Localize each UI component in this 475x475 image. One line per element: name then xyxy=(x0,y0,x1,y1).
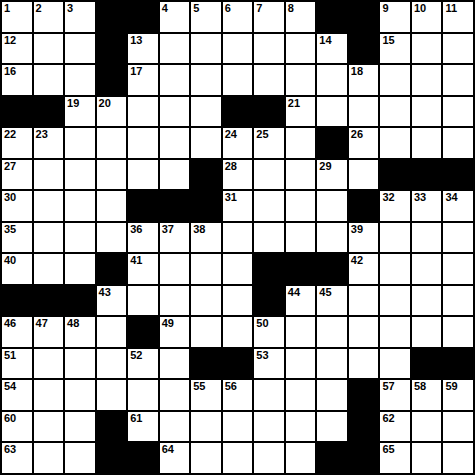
white-cell-r8c12[interactable] xyxy=(380,254,410,284)
white-cell-r8c4[interactable]: 41 xyxy=(128,254,158,284)
white-cell-r1c4[interactable]: 13 xyxy=(128,34,158,64)
black-cell-r9c8 xyxy=(254,286,284,316)
white-cell-r0c6[interactable]: 5 xyxy=(191,2,221,32)
white-cell-r4c11[interactable]: 26 xyxy=(349,128,379,158)
white-cell-r6c7[interactable]: 31 xyxy=(223,191,253,221)
clue-number-19: 19 xyxy=(67,97,79,110)
white-cell-r0c0[interactable]: 1 xyxy=(2,2,32,32)
white-cell-r11c8[interactable]: 53 xyxy=(254,349,284,379)
white-cell-r14c0[interactable]: 63 xyxy=(2,443,32,473)
white-cell-r12c2[interactable] xyxy=(65,380,95,410)
black-cell-r11c14 xyxy=(443,349,473,379)
clue-number-22: 22 xyxy=(4,128,16,141)
black-cell-r5c14 xyxy=(443,160,473,190)
white-cell-r2c4[interactable]: 17 xyxy=(128,65,158,95)
white-cell-r11c3[interactable] xyxy=(97,349,127,379)
white-cell-r1c2[interactable] xyxy=(65,34,95,64)
white-cell-r12c1[interactable] xyxy=(34,380,64,410)
clue-number-53: 53 xyxy=(256,349,268,362)
clue-number-14: 14 xyxy=(319,34,331,47)
black-cell-r11c6 xyxy=(191,349,221,379)
black-cell-r11c13 xyxy=(412,349,442,379)
white-cell-r9c9[interactable]: 44 xyxy=(286,286,316,316)
white-cell-r9c5[interactable] xyxy=(160,286,190,316)
white-cell-r6c14[interactable]: 34 xyxy=(443,191,473,221)
black-cell-r12c11 xyxy=(349,380,379,410)
clue-number-12: 12 xyxy=(4,34,16,47)
black-cell-r6c4 xyxy=(128,191,158,221)
clue-number-52: 52 xyxy=(130,349,142,362)
white-cell-r10c2[interactable]: 48 xyxy=(65,317,95,347)
black-cell-r0c4 xyxy=(128,2,158,32)
white-cell-r8c6[interactable] xyxy=(191,254,221,284)
clue-number-40: 40 xyxy=(4,254,16,267)
clue-number-6: 6 xyxy=(225,2,231,15)
white-cell-r4c6[interactable] xyxy=(191,128,221,158)
white-cell-r10c14[interactable] xyxy=(443,317,473,347)
white-cell-r4c9[interactable] xyxy=(286,128,316,158)
black-cell-r8c9 xyxy=(286,254,316,284)
white-cell-r7c13[interactable] xyxy=(412,223,442,253)
white-cell-r6c13[interactable]: 33 xyxy=(412,191,442,221)
white-cell-r9c3[interactable]: 43 xyxy=(97,286,127,316)
black-cell-r5c13 xyxy=(412,160,442,190)
clue-number-37: 37 xyxy=(162,223,174,236)
clue-number-55: 55 xyxy=(193,380,205,393)
white-cell-r7c3[interactable] xyxy=(97,223,127,253)
white-cell-r12c6[interactable]: 55 xyxy=(191,380,221,410)
white-cell-r3c9[interactable]: 21 xyxy=(286,97,316,127)
black-cell-r4c10 xyxy=(317,128,347,158)
white-cell-r14c14[interactable] xyxy=(443,443,473,473)
clue-number-45: 45 xyxy=(319,286,331,299)
white-cell-r6c10[interactable] xyxy=(317,191,347,221)
clue-number-42: 42 xyxy=(351,254,363,267)
white-cell-r4c12[interactable] xyxy=(380,128,410,158)
white-cell-r3c5[interactable] xyxy=(160,97,190,127)
white-cell-r0c7[interactable]: 6 xyxy=(223,2,253,32)
clue-number-43: 43 xyxy=(99,286,111,299)
white-cell-r7c12[interactable] xyxy=(380,223,410,253)
clue-number-11: 11 xyxy=(445,2,457,15)
white-cell-r7c14[interactable] xyxy=(443,223,473,253)
black-cell-r10c4 xyxy=(128,317,158,347)
white-cell-r11c1[interactable] xyxy=(34,349,64,379)
clue-number-65: 65 xyxy=(382,443,394,456)
clue-number-54: 54 xyxy=(4,380,16,393)
white-cell-r10c13[interactable] xyxy=(412,317,442,347)
white-cell-r14c9[interactable] xyxy=(286,443,316,473)
white-cell-r12c10[interactable] xyxy=(317,380,347,410)
white-cell-r9c12[interactable] xyxy=(380,286,410,316)
white-cell-r2c12[interactable] xyxy=(380,65,410,95)
white-cell-r4c13[interactable] xyxy=(412,128,442,158)
black-cell-r6c6 xyxy=(191,191,221,221)
white-cell-r4c5[interactable] xyxy=(160,128,190,158)
white-cell-r2c7[interactable] xyxy=(223,65,253,95)
white-cell-r2c2[interactable] xyxy=(65,65,95,95)
white-cell-r10c11[interactable] xyxy=(349,317,379,347)
white-cell-r7c9[interactable] xyxy=(286,223,316,253)
white-cell-r13c1[interactable] xyxy=(34,412,64,442)
clue-number-60: 60 xyxy=(4,412,16,425)
white-cell-r7c0[interactable]: 35 xyxy=(2,223,32,253)
white-cell-r12c3[interactable] xyxy=(97,380,127,410)
white-cell-r14c2[interactable] xyxy=(65,443,95,473)
clue-number-28: 28 xyxy=(225,160,237,173)
clue-number-63: 63 xyxy=(4,443,16,456)
white-cell-r10c1[interactable]: 47 xyxy=(34,317,64,347)
white-cell-r13c8[interactable] xyxy=(254,412,284,442)
white-cell-r2c1[interactable] xyxy=(34,65,64,95)
white-cell-r6c1[interactable] xyxy=(34,191,64,221)
white-cell-r13c13[interactable] xyxy=(412,412,442,442)
clue-number-1: 1 xyxy=(4,2,10,15)
clue-number-25: 25 xyxy=(256,128,268,141)
white-cell-r14c1[interactable] xyxy=(34,443,64,473)
clue-number-8: 8 xyxy=(288,2,294,15)
black-cell-r5c12 xyxy=(380,160,410,190)
white-cell-r6c12[interactable]: 32 xyxy=(380,191,410,221)
black-cell-r5c6 xyxy=(191,160,221,190)
white-cell-r13c4[interactable]: 61 xyxy=(128,412,158,442)
white-cell-r12c5[interactable] xyxy=(160,380,190,410)
clue-number-13: 13 xyxy=(130,34,142,47)
white-cell-r11c2[interactable] xyxy=(65,349,95,379)
white-cell-r5c11[interactable] xyxy=(349,160,379,190)
white-cell-r9c11[interactable] xyxy=(349,286,379,316)
white-cell-r11c11[interactable] xyxy=(349,349,379,379)
white-cell-r8c11[interactable]: 42 xyxy=(349,254,379,284)
white-cell-r12c0[interactable]: 54 xyxy=(2,380,32,410)
white-cell-r13c5[interactable] xyxy=(160,412,190,442)
white-cell-r0c8[interactable]: 7 xyxy=(254,2,284,32)
white-cell-r5c7[interactable]: 28 xyxy=(223,160,253,190)
clue-number-4: 4 xyxy=(162,2,168,15)
clue-number-50: 50 xyxy=(256,317,268,330)
white-cell-r14c5[interactable]: 64 xyxy=(160,443,190,473)
white-cell-r13c2[interactable] xyxy=(65,412,95,442)
white-cell-r1c0[interactable]: 12 xyxy=(2,34,32,64)
black-cell-r8c8 xyxy=(254,254,284,284)
black-cell-r0c10 xyxy=(317,2,347,32)
white-cell-r10c12[interactable] xyxy=(380,317,410,347)
white-cell-r4c3[interactable] xyxy=(97,128,127,158)
white-cell-r1c9[interactable] xyxy=(286,34,316,64)
clue-number-64: 64 xyxy=(162,443,174,456)
white-cell-r1c13[interactable] xyxy=(412,34,442,64)
white-cell-r2c13[interactable] xyxy=(412,65,442,95)
white-cell-r9c13[interactable] xyxy=(412,286,442,316)
clue-number-51: 51 xyxy=(4,349,16,362)
white-cell-r5c10[interactable]: 29 xyxy=(317,160,347,190)
clue-number-57: 57 xyxy=(382,380,394,393)
white-cell-r13c9[interactable] xyxy=(286,412,316,442)
white-cell-r10c7[interactable] xyxy=(223,317,253,347)
white-cell-r1c6[interactable] xyxy=(191,34,221,64)
white-cell-r1c8[interactable] xyxy=(254,34,284,64)
white-cell-r11c4[interactable]: 52 xyxy=(128,349,158,379)
white-cell-r10c0[interactable]: 46 xyxy=(2,317,32,347)
black-cell-r11c7 xyxy=(223,349,253,379)
white-cell-r7c11[interactable]: 39 xyxy=(349,223,379,253)
white-cell-r4c8[interactable]: 25 xyxy=(254,128,284,158)
clue-number-10: 10 xyxy=(414,2,426,15)
clue-number-17: 17 xyxy=(130,65,142,78)
white-cell-r7c1[interactable] xyxy=(34,223,64,253)
white-cell-r0c12[interactable]: 9 xyxy=(380,2,410,32)
white-cell-r8c2[interactable] xyxy=(65,254,95,284)
clue-number-18: 18 xyxy=(351,65,363,78)
black-cell-r14c10 xyxy=(317,443,347,473)
clue-number-62: 62 xyxy=(382,412,394,425)
white-cell-r0c9[interactable]: 8 xyxy=(286,2,316,32)
clue-number-46: 46 xyxy=(4,317,16,330)
black-cell-r3c0 xyxy=(2,97,32,127)
white-cell-r12c14[interactable]: 59 xyxy=(443,380,473,410)
black-cell-r6c11 xyxy=(349,191,379,221)
white-cell-r1c10[interactable]: 14 xyxy=(317,34,347,64)
white-cell-r3c12[interactable] xyxy=(380,97,410,127)
white-cell-r6c0[interactable]: 30 xyxy=(2,191,32,221)
white-cell-r9c14[interactable] xyxy=(443,286,473,316)
white-cell-r10c10[interactable] xyxy=(317,317,347,347)
clue-number-38: 38 xyxy=(193,223,205,236)
black-cell-r6c5 xyxy=(160,191,190,221)
white-cell-r7c4[interactable]: 36 xyxy=(128,223,158,253)
clue-number-56: 56 xyxy=(225,380,237,393)
clue-number-29: 29 xyxy=(319,160,331,173)
clue-number-39: 39 xyxy=(351,223,363,236)
clue-number-15: 15 xyxy=(382,34,394,47)
clue-number-3: 3 xyxy=(67,2,73,15)
white-cell-r3c2[interactable]: 19 xyxy=(65,97,95,127)
white-cell-r4c7[interactable]: 24 xyxy=(223,128,253,158)
black-cell-r8c10 xyxy=(317,254,347,284)
black-cell-r1c11 xyxy=(349,34,379,64)
black-cell-r3c8 xyxy=(254,97,284,127)
black-cell-r0c3 xyxy=(97,2,127,32)
white-cell-r12c7[interactable]: 56 xyxy=(223,380,253,410)
clue-number-5: 5 xyxy=(193,2,199,15)
white-cell-r8c7[interactable] xyxy=(223,254,253,284)
black-cell-r9c0 xyxy=(2,286,32,316)
black-cell-r3c7 xyxy=(223,97,253,127)
white-cell-r5c5[interactable] xyxy=(160,160,190,190)
white-cell-r5c3[interactable] xyxy=(97,160,127,190)
white-cell-r4c2[interactable] xyxy=(65,128,95,158)
white-cell-r7c2[interactable] xyxy=(65,223,95,253)
white-cell-r3c3[interactable]: 20 xyxy=(97,97,127,127)
white-cell-r2c11[interactable]: 18 xyxy=(349,65,379,95)
clue-number-21: 21 xyxy=(288,97,300,110)
black-cell-r8c3 xyxy=(97,254,127,284)
white-cell-r5c4[interactable] xyxy=(128,160,158,190)
white-cell-r12c13[interactable]: 58 xyxy=(412,380,442,410)
white-cell-r1c1[interactable] xyxy=(34,34,64,64)
white-cell-r4c14[interactable] xyxy=(443,128,473,158)
clue-number-61: 61 xyxy=(130,412,142,425)
white-cell-r1c5[interactable] xyxy=(160,34,190,64)
black-cell-r3c1 xyxy=(34,97,64,127)
black-cell-r9c1 xyxy=(34,286,64,316)
white-cell-r6c3[interactable] xyxy=(97,191,127,221)
white-cell-r12c9[interactable] xyxy=(286,380,316,410)
crossword-board: 1234567891011121314151617181920212223242… xyxy=(0,0,475,475)
white-cell-r2c14[interactable] xyxy=(443,65,473,95)
white-cell-r1c14[interactable] xyxy=(443,34,473,64)
white-cell-r12c8[interactable] xyxy=(254,380,284,410)
white-cell-r5c2[interactable] xyxy=(65,160,95,190)
white-cell-r4c0[interactable]: 22 xyxy=(2,128,32,158)
clue-number-20: 20 xyxy=(99,97,111,110)
white-cell-r5c1[interactable] xyxy=(34,160,64,190)
clue-number-34: 34 xyxy=(445,191,457,204)
clue-number-47: 47 xyxy=(36,317,48,330)
white-cell-r7c7[interactable] xyxy=(223,223,253,253)
white-cell-r13c6[interactable] xyxy=(191,412,221,442)
white-cell-r2c9[interactable] xyxy=(286,65,316,95)
white-cell-r0c13[interactable]: 10 xyxy=(412,2,442,32)
black-cell-r1c3 xyxy=(97,34,127,64)
clue-number-7: 7 xyxy=(256,2,262,15)
clue-number-26: 26 xyxy=(351,128,363,141)
white-cell-r6c8[interactable] xyxy=(254,191,284,221)
white-cell-r13c7[interactable] xyxy=(223,412,253,442)
white-cell-r3c11[interactable] xyxy=(349,97,379,127)
white-cell-r8c5[interactable] xyxy=(160,254,190,284)
clue-number-33: 33 xyxy=(414,191,426,204)
black-cell-r2c3 xyxy=(97,65,127,95)
white-cell-r13c0[interactable]: 60 xyxy=(2,412,32,442)
clue-number-32: 32 xyxy=(382,191,394,204)
white-cell-r9c4[interactable] xyxy=(128,286,158,316)
white-cell-r8c13[interactable] xyxy=(412,254,442,284)
clue-number-16: 16 xyxy=(4,65,16,78)
clue-number-41: 41 xyxy=(130,254,142,267)
white-cell-r9c10[interactable]: 45 xyxy=(317,286,347,316)
white-cell-r14c6[interactable] xyxy=(191,443,221,473)
white-cell-r10c8[interactable]: 50 xyxy=(254,317,284,347)
white-cell-r14c12[interactable]: 65 xyxy=(380,443,410,473)
white-cell-r2c8[interactable] xyxy=(254,65,284,95)
white-cell-r13c14[interactable] xyxy=(443,412,473,442)
white-cell-r7c5[interactable]: 37 xyxy=(160,223,190,253)
clue-number-58: 58 xyxy=(414,380,426,393)
white-cell-r13c10[interactable] xyxy=(317,412,347,442)
white-cell-r14c8[interactable] xyxy=(254,443,284,473)
clue-number-31: 31 xyxy=(225,191,237,204)
white-cell-r7c6[interactable]: 38 xyxy=(191,223,221,253)
white-cell-r7c10[interactable] xyxy=(317,223,347,253)
white-cell-r14c7[interactable] xyxy=(223,443,253,473)
white-cell-r1c7[interactable] xyxy=(223,34,253,64)
white-cell-r3c4[interactable] xyxy=(128,97,158,127)
white-cell-r10c5[interactable]: 49 xyxy=(160,317,190,347)
black-cell-r14c4 xyxy=(128,443,158,473)
black-cell-r14c3 xyxy=(97,443,127,473)
white-cell-r11c10[interactable] xyxy=(317,349,347,379)
white-cell-r3c6[interactable] xyxy=(191,97,221,127)
clue-number-2: 2 xyxy=(36,2,42,15)
white-cell-r0c14[interactable]: 11 xyxy=(443,2,473,32)
white-cell-r2c0[interactable]: 16 xyxy=(2,65,32,95)
clue-number-36: 36 xyxy=(130,223,142,236)
white-cell-r0c2[interactable]: 3 xyxy=(65,2,95,32)
white-cell-r3c14[interactable] xyxy=(443,97,473,127)
white-cell-r2c6[interactable] xyxy=(191,65,221,95)
white-cell-r5c9[interactable] xyxy=(286,160,316,190)
white-cell-r4c4[interactable] xyxy=(128,128,158,158)
white-cell-r8c1[interactable] xyxy=(34,254,64,284)
white-cell-r3c10[interactable] xyxy=(317,97,347,127)
black-cell-r9c2 xyxy=(65,286,95,316)
white-cell-r8c14[interactable] xyxy=(443,254,473,284)
white-cell-r5c0[interactable]: 27 xyxy=(2,160,32,190)
black-cell-r13c3 xyxy=(97,412,127,442)
white-cell-r9c6[interactable] xyxy=(191,286,221,316)
white-cell-r11c12[interactable] xyxy=(380,349,410,379)
white-cell-r12c4[interactable] xyxy=(128,380,158,410)
clue-number-24: 24 xyxy=(225,128,237,141)
white-cell-r2c5[interactable] xyxy=(160,65,190,95)
black-cell-r13c11 xyxy=(349,412,379,442)
white-cell-r11c0[interactable]: 51 xyxy=(2,349,32,379)
white-cell-r11c5[interactable] xyxy=(160,349,190,379)
clue-number-49: 49 xyxy=(162,317,174,330)
white-cell-r10c3[interactable] xyxy=(97,317,127,347)
clue-number-9: 9 xyxy=(382,2,388,15)
white-cell-r0c1[interactable]: 2 xyxy=(34,2,64,32)
white-cell-r13c12[interactable]: 62 xyxy=(380,412,410,442)
white-cell-r5c8[interactable] xyxy=(254,160,284,190)
clue-number-59: 59 xyxy=(445,380,457,393)
white-cell-r6c2[interactable] xyxy=(65,191,95,221)
white-cell-r10c6[interactable] xyxy=(191,317,221,347)
clue-number-27: 27 xyxy=(4,160,16,173)
white-cell-r11c9[interactable] xyxy=(286,349,316,379)
white-cell-r6c9[interactable] xyxy=(286,191,316,221)
clue-number-23: 23 xyxy=(36,128,48,141)
white-cell-r12c12[interactable]: 57 xyxy=(380,380,410,410)
white-cell-r3c13[interactable] xyxy=(412,97,442,127)
clue-number-30: 30 xyxy=(4,191,16,204)
white-cell-r0c5[interactable]: 4 xyxy=(160,2,190,32)
clue-number-48: 48 xyxy=(67,317,79,330)
white-cell-r8c0[interactable]: 40 xyxy=(2,254,32,284)
white-cell-r14c13[interactable] xyxy=(412,443,442,473)
white-cell-r1c12[interactable]: 15 xyxy=(380,34,410,64)
white-cell-r10c9[interactable] xyxy=(286,317,316,347)
white-cell-r4c1[interactable]: 23 xyxy=(34,128,64,158)
black-cell-r0c11 xyxy=(349,2,379,32)
clue-number-35: 35 xyxy=(4,223,16,236)
white-cell-r2c10[interactable] xyxy=(317,65,347,95)
clue-number-44: 44 xyxy=(288,286,300,299)
white-cell-r7c8[interactable] xyxy=(254,223,284,253)
black-cell-r14c11 xyxy=(349,443,379,473)
white-cell-r9c7[interactable] xyxy=(223,286,253,316)
